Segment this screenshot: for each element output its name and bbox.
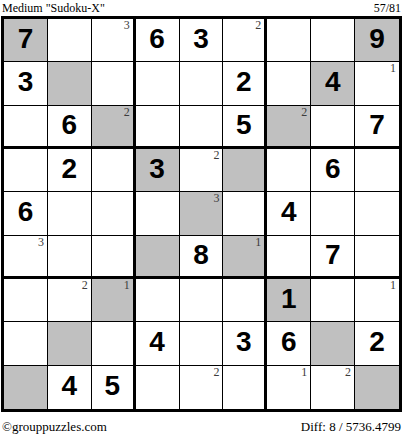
cell-r9c4[interactable] xyxy=(136,366,180,409)
cell-r7c2[interactable]: 2 xyxy=(48,279,92,322)
cell-r6c9[interactable] xyxy=(355,236,399,279)
corner-mark: 2 xyxy=(82,279,88,292)
given-digit: 2 xyxy=(369,328,385,358)
cell-r3c8[interactable] xyxy=(311,106,355,149)
given-digit: 5 xyxy=(104,372,120,402)
cell-r5c4[interactable] xyxy=(136,192,180,235)
cell-r8c4: 4 xyxy=(136,322,180,365)
copyright-text: ©grouppuzzles.com xyxy=(2,419,107,434)
corner-mark: 3 xyxy=(213,192,219,205)
cell-r6c2[interactable] xyxy=(48,236,92,279)
given-digit: 6 xyxy=(281,328,297,358)
cell-r9c5[interactable]: 2 xyxy=(180,366,224,409)
corner-mark: 2 xyxy=(255,19,261,32)
cell-r2c6: 2 xyxy=(223,62,267,105)
cell-r9c3: 5 xyxy=(92,366,136,409)
cell-r5c8[interactable] xyxy=(311,192,355,235)
given-digit: 4 xyxy=(62,372,78,402)
cell-r5c5[interactable]: 3 xyxy=(180,192,224,235)
cell-r4c7[interactable] xyxy=(267,149,311,192)
cell-r7c6[interactable] xyxy=(223,279,267,322)
cell-r1c4: 6 xyxy=(136,19,180,62)
given-digit: 8 xyxy=(193,241,209,271)
given-digit: 4 xyxy=(325,68,341,98)
corner-mark: 1 xyxy=(255,236,261,249)
cell-r3c3[interactable]: 2 xyxy=(92,106,136,149)
corner-mark: 1 xyxy=(390,279,396,292)
cell-r8c1[interactable] xyxy=(4,322,48,365)
given-digit: 3 xyxy=(236,328,252,358)
cell-r2c7[interactable] xyxy=(267,62,311,105)
given-digit: 5 xyxy=(236,111,252,141)
cell-r3c6: 5 xyxy=(223,106,267,149)
corner-mark: 1 xyxy=(124,279,130,292)
cell-r8c5[interactable] xyxy=(180,322,224,365)
cell-r6c6[interactable]: 1 xyxy=(223,236,267,279)
difficulty-text: Diff: 8 / 5736.4799 xyxy=(301,419,401,434)
cell-r9c7[interactable]: 1 xyxy=(267,366,311,409)
sudoku-x-board: 736329324162527232663438172111436245212 xyxy=(1,16,402,412)
given-digit: 1 xyxy=(281,285,297,315)
cell-r2c3[interactable] xyxy=(92,62,136,105)
cell-r2c9[interactable]: 1 xyxy=(355,62,399,105)
cell-r2c8: 4 xyxy=(311,62,355,105)
cell-r7c3[interactable]: 1 xyxy=(92,279,136,322)
given-digit: 9 xyxy=(369,25,385,55)
cell-r1c3[interactable]: 3 xyxy=(92,19,136,62)
cell-r4c8: 6 xyxy=(311,149,355,192)
cell-r6c7[interactable] xyxy=(267,236,311,279)
cell-r3c9: 7 xyxy=(355,106,399,149)
corner-mark: 2 xyxy=(301,106,307,119)
cell-r1c6[interactable]: 2 xyxy=(223,19,267,62)
cell-r8c9: 2 xyxy=(355,322,399,365)
given-digit: 3 xyxy=(18,68,34,98)
cell-r8c6: 3 xyxy=(223,322,267,365)
cell-r9c1[interactable] xyxy=(4,366,48,409)
corner-mark: 2 xyxy=(213,366,219,379)
remaining-counter: 57/81 xyxy=(374,1,401,15)
cell-r9c9[interactable] xyxy=(355,366,399,409)
corner-mark: 2 xyxy=(213,149,219,162)
given-digit: 6 xyxy=(62,111,78,141)
cell-r3c4[interactable] xyxy=(136,106,180,149)
cell-r3c1[interactable] xyxy=(4,106,48,149)
cell-r6c1[interactable]: 3 xyxy=(4,236,48,279)
cell-r7c8[interactable] xyxy=(311,279,355,322)
cell-r5c7: 4 xyxy=(267,192,311,235)
cell-r1c8[interactable] xyxy=(311,19,355,62)
footer: ©grouppuzzles.com Diff: 8 / 5736.4799 xyxy=(2,419,401,434)
cell-r2c4[interactable] xyxy=(136,62,180,105)
cell-r4c2: 2 xyxy=(48,149,92,192)
cell-r4c9[interactable] xyxy=(355,149,399,192)
cell-r4c4: 3 xyxy=(136,149,180,192)
cell-r1c7[interactable] xyxy=(267,19,311,62)
cell-r8c2[interactable] xyxy=(48,322,92,365)
corner-mark: 1 xyxy=(390,62,396,75)
cell-r9c2: 4 xyxy=(48,366,92,409)
cell-r3c5[interactable] xyxy=(180,106,224,149)
corner-mark: 2 xyxy=(124,106,130,119)
given-digit: 2 xyxy=(62,155,78,185)
cell-r3c2: 6 xyxy=(48,106,92,149)
cell-r1c5: 3 xyxy=(180,19,224,62)
cell-r7c4[interactable] xyxy=(136,279,180,322)
given-digit: 4 xyxy=(281,198,297,228)
given-digit: 2 xyxy=(236,68,252,98)
cell-r1c9: 9 xyxy=(355,19,399,62)
given-digit: 3 xyxy=(193,25,209,55)
cell-r4c5[interactable]: 2 xyxy=(180,149,224,192)
cell-r2c1: 3 xyxy=(4,62,48,105)
cell-r5c3[interactable] xyxy=(92,192,136,235)
given-digit: 6 xyxy=(325,155,341,185)
cell-r7c1[interactable] xyxy=(4,279,48,322)
cell-r4c3[interactable] xyxy=(92,149,136,192)
corner-mark: 3 xyxy=(124,19,130,32)
cell-r6c4[interactable] xyxy=(136,236,180,279)
cell-r9c8[interactable]: 2 xyxy=(311,366,355,409)
cell-r9c6[interactable] xyxy=(223,366,267,409)
cell-r4c1[interactable] xyxy=(4,149,48,192)
cell-r5c2[interactable] xyxy=(48,192,92,235)
cell-r8c7: 6 xyxy=(267,322,311,365)
corner-mark: 2 xyxy=(345,366,351,379)
cell-r2c5[interactable] xyxy=(180,62,224,105)
given-digit: 4 xyxy=(149,328,165,358)
cell-r8c3[interactable] xyxy=(92,322,136,365)
header: Medium "Sudoku-X" 57/81 xyxy=(2,1,401,15)
cell-r1c1: 7 xyxy=(4,19,48,62)
cell-r2c2[interactable] xyxy=(48,62,92,105)
cell-r7c7: 1 xyxy=(267,279,311,322)
given-digit: 7 xyxy=(325,241,341,271)
cell-r6c5: 8 xyxy=(180,236,224,279)
cell-r5c1: 6 xyxy=(4,192,48,235)
given-digit: 7 xyxy=(18,25,34,55)
cell-r3c7[interactable]: 2 xyxy=(267,106,311,149)
given-digit: 3 xyxy=(149,155,165,185)
cell-r6c8: 7 xyxy=(311,236,355,279)
given-digit: 6 xyxy=(149,25,165,55)
cell-r4c6[interactable] xyxy=(223,149,267,192)
cell-r5c6[interactable] xyxy=(223,192,267,235)
cell-r7c9[interactable]: 1 xyxy=(355,279,399,322)
given-digit: 6 xyxy=(18,198,34,228)
cell-r5c9[interactable] xyxy=(355,192,399,235)
corner-mark: 3 xyxy=(38,236,44,249)
given-digit: 7 xyxy=(369,111,385,141)
puzzle-title: Medium "Sudoku-X" xyxy=(2,1,105,15)
cell-r8c8[interactable] xyxy=(311,322,355,365)
corner-mark: 1 xyxy=(301,366,307,379)
cell-r7c5[interactable] xyxy=(180,279,224,322)
cell-r6c3[interactable] xyxy=(92,236,136,279)
cell-r1c2[interactable] xyxy=(48,19,92,62)
